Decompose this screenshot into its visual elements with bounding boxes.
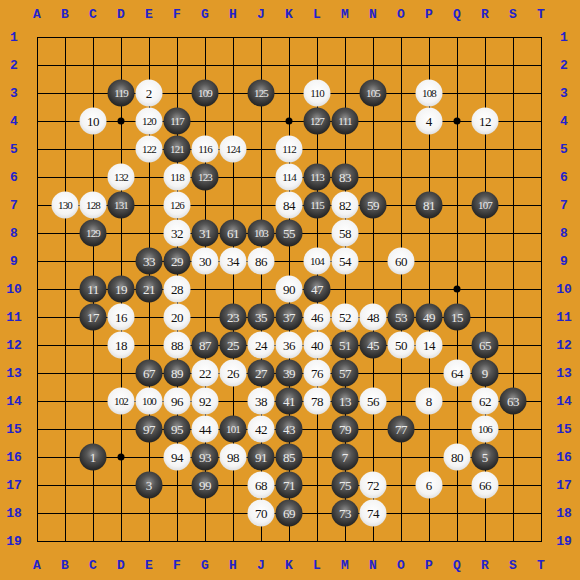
row-label: 2 [560, 59, 568, 72]
row-label: 16 [6, 451, 22, 464]
row-label: 13 [6, 367, 22, 380]
row-label: 7 [560, 199, 568, 212]
row-label: 14 [556, 395, 572, 408]
stone-white-76[interactable]: 76 [304, 360, 331, 387]
col-label: H [229, 559, 237, 572]
stone-white-64[interactable]: 64 [444, 360, 471, 387]
row-label: 19 [6, 535, 22, 548]
stone-white-34[interactable]: 34 [220, 248, 247, 275]
stone-black-117[interactable]: 117 [164, 108, 191, 135]
stone-black-5[interactable]: 5 [472, 444, 499, 471]
row-label: 8 [560, 227, 568, 240]
stone-black-111[interactable]: 111 [332, 108, 359, 135]
row-label: 4 [560, 115, 568, 128]
stone-black-79[interactable]: 79 [332, 416, 359, 443]
stone-black-65[interactable]: 65 [472, 332, 499, 359]
go-board: ABCDEFGHJKLMNOPQRST ABCDEFGHJKLMNOPQRST … [0, 0, 580, 580]
stone-white-12[interactable]: 12 [472, 108, 499, 135]
row-label: 7 [10, 199, 18, 212]
col-label: T [537, 559, 545, 572]
stone-black-97[interactable]: 97 [136, 416, 163, 443]
stone-black-39[interactable]: 39 [276, 360, 303, 387]
col-label: B [61, 559, 69, 572]
stone-white-86[interactable]: 86 [248, 248, 275, 275]
stone-white-78[interactable]: 78 [304, 388, 331, 415]
stone-white-46[interactable]: 46 [304, 304, 331, 331]
stone-white-126[interactable]: 126 [164, 192, 191, 219]
col-label: A [33, 8, 41, 21]
stone-black-51[interactable]: 51 [332, 332, 359, 359]
star-point [118, 118, 125, 125]
row-label: 9 [560, 255, 568, 268]
col-label: O [397, 559, 405, 572]
stone-black-85[interactable]: 85 [276, 444, 303, 471]
stone-white-94[interactable]: 94 [164, 444, 191, 471]
stone-black-13[interactable]: 13 [332, 388, 359, 415]
stone-white-14[interactable]: 14 [416, 332, 443, 359]
col-label: P [425, 8, 433, 21]
stone-black-93[interactable]: 93 [192, 444, 219, 471]
stone-black-9[interactable]: 9 [472, 360, 499, 387]
stone-white-66[interactable]: 66 [472, 472, 499, 499]
stone-white-60[interactable]: 60 [388, 248, 415, 275]
col-label: N [369, 8, 377, 21]
star-point [454, 118, 461, 125]
star-point [118, 454, 125, 461]
stone-white-82[interactable]: 82 [332, 192, 359, 219]
stone-black-131[interactable]: 131 [108, 192, 135, 219]
row-label: 12 [6, 339, 22, 352]
stone-white-88[interactable]: 88 [164, 332, 191, 359]
col-label: E [145, 8, 153, 21]
stone-white-100[interactable]: 100 [136, 388, 163, 415]
col-label: M [341, 559, 349, 572]
stone-white-62[interactable]: 62 [472, 388, 499, 415]
row-label: 5 [560, 143, 568, 156]
stone-black-47[interactable]: 47 [304, 276, 331, 303]
stone-white-20[interactable]: 20 [164, 304, 191, 331]
stone-black-105[interactable]: 105 [360, 80, 387, 107]
row-label: 3 [560, 87, 568, 100]
stone-black-109[interactable]: 109 [192, 80, 219, 107]
stone-white-130[interactable]: 130 [52, 192, 79, 219]
stone-white-16[interactable]: 16 [108, 304, 135, 331]
stone-black-113[interactable]: 113 [304, 164, 331, 191]
col-label: L [313, 8, 321, 21]
col-label: Q [453, 559, 461, 572]
stone-black-23[interactable]: 23 [220, 304, 247, 331]
stone-white-56[interactable]: 56 [360, 388, 387, 415]
stone-white-22[interactable]: 22 [192, 360, 219, 387]
row-label: 6 [560, 171, 568, 184]
stone-white-36[interactable]: 36 [276, 332, 303, 359]
stone-white-92[interactable]: 92 [192, 388, 219, 415]
col-label: R [481, 8, 489, 21]
row-label: 4 [10, 115, 18, 128]
stone-white-104[interactable]: 104 [304, 248, 331, 275]
stone-black-83[interactable]: 83 [332, 164, 359, 191]
stone-black-89[interactable]: 89 [164, 360, 191, 387]
row-label: 6 [10, 171, 18, 184]
stone-white-102[interactable]: 102 [108, 388, 135, 415]
star-point [454, 286, 461, 293]
col-label: R [481, 559, 489, 572]
stone-black-27[interactable]: 27 [248, 360, 275, 387]
stone-black-91[interactable]: 91 [248, 444, 275, 471]
stone-black-31[interactable]: 31 [192, 220, 219, 247]
stone-black-101[interactable]: 101 [220, 416, 247, 443]
stone-white-18[interactable]: 18 [108, 332, 135, 359]
stone-white-6[interactable]: 6 [416, 472, 443, 499]
stone-black-1[interactable]: 1 [80, 444, 107, 471]
stone-black-7[interactable]: 7 [332, 444, 359, 471]
row-label: 17 [6, 479, 22, 492]
col-label: A [33, 559, 41, 572]
col-label: M [341, 8, 349, 21]
row-label: 1 [10, 31, 18, 44]
stone-white-70[interactable]: 70 [248, 500, 275, 527]
stone-black-25[interactable]: 25 [220, 332, 247, 359]
stone-white-122[interactable]: 122 [136, 136, 163, 163]
stone-white-116[interactable]: 116 [192, 136, 219, 163]
stone-black-127[interactable]: 127 [304, 108, 331, 135]
row-label: 15 [556, 423, 572, 436]
stone-white-118[interactable]: 118 [164, 164, 191, 191]
stone-black-123[interactable]: 123 [192, 164, 219, 191]
stone-white-120[interactable]: 120 [136, 108, 163, 135]
stone-black-75[interactable]: 75 [332, 472, 359, 499]
stone-black-71[interactable]: 71 [276, 472, 303, 499]
row-label: 19 [556, 535, 572, 548]
stone-black-57[interactable]: 57 [332, 360, 359, 387]
stone-black-115[interactable]: 115 [304, 192, 331, 219]
stone-black-19[interactable]: 19 [108, 276, 135, 303]
stone-white-52[interactable]: 52 [332, 304, 359, 331]
col-label: S [509, 559, 517, 572]
row-label: 9 [10, 255, 18, 268]
row-label: 18 [556, 507, 572, 520]
stone-black-87[interactable]: 87 [192, 332, 219, 359]
stone-black-119[interactable]: 119 [108, 80, 135, 107]
row-label: 14 [6, 395, 22, 408]
row-label: 16 [556, 451, 572, 464]
col-label: L [313, 559, 321, 572]
row-label: 8 [10, 227, 18, 240]
stone-black-67[interactable]: 67 [136, 360, 163, 387]
stone-black-15[interactable]: 15 [444, 304, 471, 331]
col-label: D [117, 559, 125, 572]
stone-white-114[interactable]: 114 [276, 164, 303, 191]
stone-white-132[interactable]: 132 [108, 164, 135, 191]
stone-black-125[interactable]: 125 [248, 80, 275, 107]
stone-white-110[interactable]: 110 [304, 80, 331, 107]
col-label: K [285, 559, 293, 572]
col-label: K [285, 8, 293, 21]
col-label: G [201, 8, 209, 21]
stone-black-11[interactable]: 11 [80, 276, 107, 303]
col-label: T [537, 8, 545, 21]
stone-black-3[interactable]: 3 [136, 472, 163, 499]
row-label: 3 [10, 87, 18, 100]
stone-black-21[interactable]: 21 [136, 276, 163, 303]
stone-white-58[interactable]: 58 [332, 220, 359, 247]
col-label: J [257, 559, 265, 572]
col-label: D [117, 8, 125, 21]
row-label: 11 [556, 311, 572, 324]
stone-black-63[interactable]: 63 [500, 388, 527, 415]
stone-black-61[interactable]: 61 [220, 220, 247, 247]
col-label: B [61, 8, 69, 21]
row-label: 17 [556, 479, 572, 492]
stone-white-30[interactable]: 30 [192, 248, 219, 275]
stone-black-69[interactable]: 69 [276, 500, 303, 527]
stone-black-95[interactable]: 95 [164, 416, 191, 443]
col-label: N [369, 559, 377, 572]
row-label: 1 [560, 31, 568, 44]
stone-black-29[interactable]: 29 [164, 248, 191, 275]
col-label: O [397, 8, 405, 21]
row-label: 11 [6, 311, 22, 324]
col-label: E [145, 559, 153, 572]
stone-white-50[interactable]: 50 [388, 332, 415, 359]
stone-black-121[interactable]: 121 [164, 136, 191, 163]
stone-black-17[interactable]: 17 [80, 304, 107, 331]
stone-white-32[interactable]: 32 [164, 220, 191, 247]
stone-white-72[interactable]: 72 [360, 472, 387, 499]
stone-white-26[interactable]: 26 [220, 360, 247, 387]
col-label: G [201, 559, 209, 572]
col-label: H [229, 8, 237, 21]
stone-black-41[interactable]: 41 [276, 388, 303, 415]
col-label: F [173, 8, 181, 21]
col-label: P [425, 559, 433, 572]
stone-white-48[interactable]: 48 [360, 304, 387, 331]
row-label: 18 [6, 507, 22, 520]
stone-black-49[interactable]: 49 [416, 304, 443, 331]
stone-black-107[interactable]: 107 [472, 192, 499, 219]
stone-white-40[interactable]: 40 [304, 332, 331, 359]
stone-black-129[interactable]: 129 [80, 220, 107, 247]
stone-white-10[interactable]: 10 [80, 108, 107, 135]
row-label: 5 [10, 143, 18, 156]
col-label: F [173, 559, 181, 572]
stone-white-24[interactable]: 24 [248, 332, 275, 359]
stone-white-96[interactable]: 96 [164, 388, 191, 415]
stone-white-8[interactable]: 8 [416, 388, 443, 415]
stone-white-44[interactable]: 44 [192, 416, 219, 443]
row-label: 10 [6, 283, 22, 296]
stone-white-54[interactable]: 54 [332, 248, 359, 275]
star-point [286, 118, 293, 125]
stone-black-53[interactable]: 53 [388, 304, 415, 331]
stone-black-45[interactable]: 45 [360, 332, 387, 359]
stone-white-2[interactable]: 2 [136, 80, 163, 107]
stone-white-4[interactable]: 4 [416, 108, 443, 135]
row-label: 13 [556, 367, 572, 380]
stone-black-77[interactable]: 77 [388, 416, 415, 443]
stone-black-59[interactable]: 59 [360, 192, 387, 219]
stone-white-128[interactable]: 128 [80, 192, 107, 219]
row-label: 10 [556, 283, 572, 296]
stone-white-124[interactable]: 124 [220, 136, 247, 163]
stone-white-112[interactable]: 112 [276, 136, 303, 163]
stone-black-103[interactable]: 103 [248, 220, 275, 247]
stone-white-80[interactable]: 80 [444, 444, 471, 471]
stone-white-28[interactable]: 28 [164, 276, 191, 303]
col-label: C [89, 8, 97, 21]
stone-white-90[interactable]: 90 [276, 276, 303, 303]
stone-white-42[interactable]: 42 [248, 416, 275, 443]
row-label: 2 [10, 59, 18, 72]
stone-black-33[interactable]: 33 [136, 248, 163, 275]
stone-white-38[interactable]: 38 [248, 388, 275, 415]
row-label: 12 [556, 339, 572, 352]
stone-black-99[interactable]: 99 [192, 472, 219, 499]
stone-black-37[interactable]: 37 [276, 304, 303, 331]
col-label: C [89, 559, 97, 572]
col-label: S [509, 8, 517, 21]
stone-black-35[interactable]: 35 [248, 304, 275, 331]
stone-white-68[interactable]: 68 [248, 472, 275, 499]
stone-white-98[interactable]: 98 [220, 444, 247, 471]
stone-black-43[interactable]: 43 [276, 416, 303, 443]
stone-white-108[interactable]: 108 [416, 80, 443, 107]
stone-black-55[interactable]: 55 [276, 220, 303, 247]
stone-black-73[interactable]: 73 [332, 500, 359, 527]
stone-white-84[interactable]: 84 [276, 192, 303, 219]
row-label: 15 [6, 423, 22, 436]
col-label: Q [453, 8, 461, 21]
stone-black-81[interactable]: 81 [416, 192, 443, 219]
col-label: J [257, 8, 265, 21]
stone-white-106[interactable]: 106 [472, 416, 499, 443]
stone-white-74[interactable]: 74 [360, 500, 387, 527]
